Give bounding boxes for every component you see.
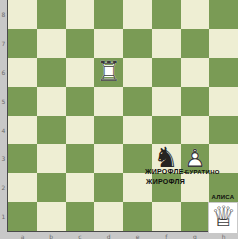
square-c8[interactable] xyxy=(66,0,95,29)
square-f5[interactable] xyxy=(152,87,181,116)
white-queen-glyph: ♕ xyxy=(209,202,238,231)
square-c1[interactable] xyxy=(66,202,95,231)
square-h5[interactable] xyxy=(209,87,238,116)
square-b1[interactable] xyxy=(37,202,66,231)
black-knight-caption-line2: ЖИРОФЛЯ xyxy=(146,178,185,185)
square-c7[interactable] xyxy=(66,29,95,58)
square-b4[interactable] xyxy=(37,116,66,145)
square-b2[interactable] xyxy=(37,173,66,202)
square-h8[interactable] xyxy=(209,0,238,29)
square-d3[interactable] xyxy=(94,144,123,173)
square-a6[interactable] xyxy=(8,58,37,87)
rank-label-4: 4 xyxy=(0,116,7,145)
file-label-d: d xyxy=(94,233,123,239)
white-pawn-caption: БУРАТИНО xyxy=(185,169,220,175)
square-d8[interactable] xyxy=(94,0,123,29)
square-f1[interactable] xyxy=(152,202,181,231)
square-g7[interactable] xyxy=(181,29,210,58)
board-bottom-border xyxy=(7,231,238,232)
square-e6[interactable] xyxy=(123,58,152,87)
square-h7[interactable] xyxy=(209,29,238,58)
piece-white-queen-h1[interactable]: ♛♕ xyxy=(209,202,238,231)
chess-board[interactable]: ♜♖♞♟♙♛♕ xyxy=(8,0,238,231)
square-f6[interactable] xyxy=(152,58,181,87)
square-e4[interactable] xyxy=(123,116,152,145)
square-d4[interactable] xyxy=(94,116,123,145)
square-d1[interactable] xyxy=(94,202,123,231)
square-b6[interactable] xyxy=(37,58,66,87)
square-a7[interactable] xyxy=(8,29,37,58)
square-a3[interactable] xyxy=(8,144,37,173)
square-e5[interactable] xyxy=(123,87,152,116)
square-a2[interactable] xyxy=(8,173,37,202)
square-e8[interactable] xyxy=(123,0,152,29)
square-d5[interactable] xyxy=(94,87,123,116)
white-queen-caption: АЛИСА xyxy=(209,194,237,200)
square-a5[interactable] xyxy=(8,87,37,116)
square-d2[interactable] xyxy=(94,173,123,202)
square-g5[interactable] xyxy=(181,87,210,116)
chess-board-screenshot: 87654321 abcdefgh ♜♖♞♟♙♛♕ ЖИРОФЛЕ- БУРАТ… xyxy=(0,0,238,239)
rank-label-1: 1 xyxy=(0,202,7,231)
square-g8[interactable] xyxy=(181,0,210,29)
square-h4[interactable] xyxy=(209,116,238,145)
square-e1[interactable] xyxy=(123,202,152,231)
square-h6[interactable] xyxy=(209,58,238,87)
square-b5[interactable] xyxy=(37,87,66,116)
rank-label-7: 7 xyxy=(0,29,7,58)
rank-label-6: 6 xyxy=(0,58,7,87)
rank-label-2: 2 xyxy=(0,173,7,202)
file-label-c: c xyxy=(66,233,95,239)
square-a8[interactable] xyxy=(8,0,37,29)
rank-label-8: 8 xyxy=(0,0,7,29)
black-knight-caption-line1: ЖИРОФЛЕ- xyxy=(145,168,186,175)
piece-white-rook-d6[interactable]: ♜♖ xyxy=(94,58,123,87)
square-f8[interactable] xyxy=(152,0,181,29)
square-e7[interactable] xyxy=(123,29,152,58)
square-d7[interactable] xyxy=(94,29,123,58)
rank-label-5: 5 xyxy=(0,87,7,116)
square-b7[interactable] xyxy=(37,29,66,58)
file-label-e: e xyxy=(123,233,152,239)
square-g1[interactable] xyxy=(181,202,210,231)
rank-label-3: 3 xyxy=(0,144,7,173)
square-c4[interactable] xyxy=(66,116,95,145)
square-a1[interactable] xyxy=(8,202,37,231)
file-label-f: f xyxy=(152,233,181,239)
square-f7[interactable] xyxy=(152,29,181,58)
file-label-a: a xyxy=(8,233,37,239)
white-rook-glyph: ♖ xyxy=(94,58,123,87)
square-c6[interactable] xyxy=(66,58,95,87)
square-g6[interactable] xyxy=(181,58,210,87)
square-c2[interactable] xyxy=(66,173,95,202)
file-label-g: g xyxy=(181,233,210,239)
square-c3[interactable] xyxy=(66,144,95,173)
square-b3[interactable] xyxy=(37,144,66,173)
square-a4[interactable] xyxy=(8,116,37,145)
file-label-b: b xyxy=(37,233,66,239)
square-b8[interactable] xyxy=(37,0,66,29)
square-g4[interactable] xyxy=(181,116,210,145)
square-c5[interactable] xyxy=(66,87,95,116)
